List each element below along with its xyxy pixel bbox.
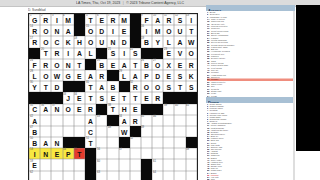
grid-cell[interactable]: A (85, 115, 96, 126)
grid-cell[interactable] (141, 137, 152, 148)
grid-cell[interactable]: 32R (130, 81, 141, 92)
grid-cell[interactable]: 4M (63, 14, 74, 25)
cell-letter: U (96, 36, 107, 47)
grid-cell[interactable]: O (141, 81, 152, 92)
grid-cell[interactable]: 57 (119, 148, 130, 159)
cell-number: 58 (186, 148, 189, 151)
grid-cell[interactable]: C (85, 126, 96, 137)
grid-cell[interactable]: 28L (29, 70, 40, 81)
grid-cell[interactable] (163, 159, 174, 170)
grid-cell[interactable]: 35C (29, 104, 40, 115)
cell-letter: W (186, 36, 197, 47)
grid-cell[interactable]: 49 (141, 126, 152, 137)
grid-cell[interactable]: 42A (29, 115, 40, 126)
grid-cell[interactable]: O (63, 104, 74, 115)
grid-cell[interactable]: 18H (74, 36, 85, 47)
grid-cell[interactable]: 53I (29, 148, 40, 159)
grid-cell[interactable]: 37N (51, 104, 62, 115)
grid-cell[interactable] (40, 159, 51, 170)
grid-cell[interactable]: 64 (152, 171, 163, 180)
grid-cell[interactable]: E (174, 59, 185, 70)
grid-cell[interactable] (74, 171, 85, 180)
grid-cell[interactable]: 30Y (29, 81, 40, 92)
grid-cell[interactable]: B (107, 81, 118, 92)
grid-cell[interactable]: 22S (130, 48, 141, 59)
grid-cell-black (29, 92, 40, 103)
grid-cell[interactable]: 10A (152, 14, 163, 25)
grid-cell[interactable]: 43 (96, 115, 107, 126)
grid-cell[interactable]: R (152, 92, 163, 103)
grid-cell[interactable]: D (119, 36, 130, 47)
cell-letter: E (107, 92, 118, 103)
cell-letter: B (107, 81, 118, 92)
grid-cell[interactable] (40, 115, 51, 126)
grid-cell[interactable] (119, 171, 130, 180)
cell-letter: O (85, 25, 96, 36)
grid-cell[interactable]: D (96, 25, 107, 36)
cell-letter: O (152, 59, 163, 70)
grid-cell[interactable]: I (119, 48, 130, 59)
grid-cell[interactable] (152, 137, 163, 148)
grid-cell-black (51, 92, 62, 103)
cell-letter: E (163, 48, 174, 59)
grid-cell[interactable] (174, 171, 185, 180)
grid-cell[interactable] (51, 171, 62, 180)
cell-letter: E (74, 92, 85, 103)
grid-cell[interactable]: A (119, 59, 130, 70)
title-separator: | (123, 1, 124, 5)
grid-cell[interactable]: E (163, 70, 174, 81)
cell-letter: E (130, 104, 141, 115)
grid-cell[interactable]: T (130, 59, 141, 70)
cell-letter: N (51, 137, 62, 148)
grid-cell[interactable]: 36A (40, 104, 51, 115)
cell-letter: N (51, 104, 62, 115)
grid-cell[interactable]: 61 (152, 159, 163, 170)
letterbox-region (296, 5, 320, 151)
grid-cell[interactable] (74, 159, 85, 170)
cell-letter: E (74, 70, 85, 81)
grid-cell[interactable]: E (51, 148, 62, 159)
grid-cell[interactable]: M (152, 25, 163, 36)
cell-letter: N (40, 148, 51, 159)
grid-cell[interactable]: E (107, 59, 118, 70)
grid-cell[interactable]: K (186, 70, 197, 81)
grid-cell[interactable] (63, 126, 74, 137)
grid-cell[interactable]: 13I (186, 14, 197, 25)
grid-cell[interactable] (74, 126, 85, 137)
cell-letter: S (96, 92, 107, 103)
grid-cell[interactable]: I (107, 25, 118, 36)
grid-cell[interactable]: A (174, 36, 185, 47)
grid-cell[interactable]: 63 (96, 171, 107, 180)
grid-cell[interactable]: 25B (96, 59, 107, 70)
grid-cell-black (186, 92, 197, 103)
grid-cell[interactable]: 33J (63, 92, 74, 103)
grid-cell[interactable] (174, 115, 185, 126)
cell-letter: C (51, 36, 62, 47)
grid-cell-black (74, 25, 85, 36)
grid-cell[interactable]: A (74, 48, 85, 59)
grid-cell[interactable]: T (130, 92, 141, 103)
grid-cell[interactable]: O (85, 36, 96, 47)
cell-letter: A (29, 115, 40, 126)
cell-letter: E (51, 148, 62, 159)
grid-cell[interactable] (163, 115, 174, 126)
cell-letter: O (85, 36, 96, 47)
grid-cell[interactable]: A (96, 81, 107, 92)
grid-cell[interactable]: Y (152, 36, 163, 47)
grid-cell[interactable]: E (74, 104, 85, 115)
grid-cell[interactable]: 45 (141, 115, 152, 126)
grid-cell[interactable] (119, 159, 130, 170)
grid-cell[interactable] (174, 148, 185, 159)
grid-cell[interactable]: 19B (141, 36, 152, 47)
grid-cell[interactable]: L (163, 36, 174, 47)
grid-cell[interactable]: T (74, 59, 85, 70)
cell-number: 39 (164, 104, 167, 107)
cell-letter: A (40, 137, 51, 148)
grid-cell[interactable]: O (51, 59, 62, 70)
grid-cell[interactable] (186, 126, 197, 137)
grid-cell[interactable]: W (51, 70, 62, 81)
grid-cell[interactable]: A (85, 70, 96, 81)
grid-cell[interactable] (63, 159, 74, 170)
grid-cell[interactable] (40, 171, 51, 180)
cell-letter: R (29, 25, 40, 36)
cell-number: 60 (97, 160, 100, 163)
grid-cell[interactable]: W (186, 36, 197, 47)
cell-letter: N (63, 59, 74, 70)
grid-cell[interactable] (107, 159, 118, 170)
grid-cell[interactable]: E (130, 104, 141, 115)
across-clue-list: 1. Bleak5. Semester9. Language of Iran14… (206, 11, 295, 97)
grid-cell[interactable]: S (174, 70, 185, 81)
constructor-byline: D. Sundblad (28, 8, 46, 12)
grid-cell[interactable]: N (51, 25, 62, 36)
cell-letter: R (40, 59, 51, 70)
cell-letter: O (141, 81, 152, 92)
grid-cell[interactable]: 40 (174, 104, 185, 115)
cell-letter: P (141, 70, 152, 81)
grid-cell[interactable]: 46 (152, 115, 163, 126)
grid-cell-black (130, 126, 141, 137)
cell-letter: E (107, 59, 118, 70)
cell-letter: L (163, 36, 174, 47)
cell-letter: E (74, 104, 85, 115)
grid-cell-black (130, 36, 141, 47)
grid-cell[interactable]: 59E (29, 159, 40, 170)
cell-letter: R (29, 36, 40, 47)
cell-letter: O (40, 25, 51, 36)
grid-cell[interactable] (130, 171, 141, 180)
grid-cell-black (74, 14, 85, 25)
cell-letter: M (63, 14, 74, 25)
grid-cell[interactable] (63, 171, 74, 180)
grid-cell[interactable]: N (40, 148, 51, 159)
grid-cell[interactable]: R (51, 48, 62, 59)
grid-cell[interactable]: 11R (163, 14, 174, 25)
grid-cell[interactable]: U (96, 36, 107, 47)
grid-cell[interactable]: 23E (163, 48, 174, 59)
grid-cell[interactable]: E (74, 70, 85, 81)
grid-cell[interactable]: 60 (96, 159, 107, 170)
cell-number: 43 (97, 115, 100, 118)
grid-cell[interactable]: R (186, 59, 197, 70)
cell-number: 52 (130, 137, 133, 140)
cell-letter: I (186, 14, 197, 25)
cell-letter: R (51, 48, 62, 59)
cell-number: 40 (175, 104, 178, 107)
grid-cell[interactable] (163, 148, 174, 159)
grid-cell[interactable]: 54P (63, 148, 74, 159)
grid-cell[interactable]: L (85, 48, 96, 59)
cell-letter: T (74, 148, 85, 159)
grid-cell[interactable]: X (163, 59, 174, 70)
grid-cell[interactable]: 2R (40, 14, 51, 25)
cell-number: 62 (30, 171, 33, 174)
grid-cell[interactable] (186, 115, 197, 126)
grid-cell-black (40, 92, 51, 103)
grid-cell[interactable]: 21S (107, 48, 118, 59)
grid-cell[interactable]: O (40, 70, 51, 81)
grid-cell[interactable] (63, 115, 74, 126)
cell-letter: O (186, 48, 197, 59)
grid-cell[interactable]: E (119, 25, 130, 36)
grid-cell[interactable]: 51T (85, 137, 96, 148)
grid-cell-black (85, 159, 96, 170)
grid-cell[interactable] (51, 159, 62, 170)
grid-cell[interactable]: 38T (107, 104, 118, 115)
grid-cell[interactable]: 7R (107, 14, 118, 25)
cell-letter: G (63, 70, 74, 81)
grid-cell[interactable]: K (63, 36, 74, 47)
grid-cell[interactable]: 48 (107, 126, 118, 137)
grid-cell[interactable]: D (152, 70, 163, 81)
grid-cell[interactable]: D (51, 81, 62, 92)
grid-cell[interactable]: 24F (29, 59, 40, 70)
grid-cell[interactable]: T (186, 25, 197, 36)
grid-cell[interactable] (174, 126, 185, 137)
cell-letter: O (51, 59, 62, 70)
grid-cell[interactable]: O (186, 48, 197, 59)
grid-cell[interactable] (130, 159, 141, 170)
cell-letter: A (119, 59, 130, 70)
grid-cell[interactable] (74, 115, 85, 126)
cell-letter: S (163, 81, 174, 92)
grid-cell[interactable] (163, 137, 174, 148)
grid-cell[interactable]: 20T (40, 48, 51, 59)
grid-cell[interactable]: A (63, 25, 74, 36)
cell-letter: R (186, 59, 197, 70)
grid-cell[interactable]: 34E (74, 92, 85, 103)
cell-letter: K (186, 70, 197, 81)
grid-cell[interactable]: R (85, 104, 96, 115)
grid-cell[interactable]: A (40, 137, 51, 148)
cell-letter: T (85, 81, 96, 92)
cell-letter: D (51, 81, 62, 92)
grid-cell[interactable] (163, 171, 174, 180)
grid-cell[interactable] (107, 148, 118, 159)
grid-cell[interactable] (186, 159, 197, 170)
grid-cell[interactable] (51, 115, 62, 126)
crossword-grid[interactable]: 1G2R3I4M5T6E7R8M9F10A11R12S13I14RONA15OD… (28, 13, 198, 180)
grid-cell-black (85, 148, 96, 159)
grid-cell[interactable] (40, 126, 51, 137)
grid-cell[interactable] (152, 148, 163, 159)
grid-cell[interactable]: O (40, 36, 51, 47)
cell-number: 61 (153, 160, 156, 163)
grid-cell-black (63, 81, 74, 92)
cell-letter: J (63, 92, 74, 103)
grid-cell[interactable]: U (174, 25, 185, 36)
grid-cell[interactable]: 8M (119, 14, 130, 25)
cell-letter: P (63, 148, 74, 159)
grid-cell[interactable]: S (163, 81, 174, 92)
grid-cell[interactable] (174, 137, 185, 148)
window-title: LA Times, Thu, Oct 19, 2023 (76, 1, 120, 5)
grid-cell[interactable]: 41 (186, 104, 197, 115)
grid-cell[interactable]: O (40, 25, 51, 36)
grid-cell-black (85, 59, 96, 70)
cell-letter: O (40, 70, 51, 81)
grid-cell[interactable]: 44A (119, 115, 130, 126)
grid-cell[interactable]: T (40, 81, 51, 92)
grid-cell[interactable]: S (186, 81, 197, 92)
grid-cell[interactable]: 31T (85, 81, 96, 92)
grid-cell[interactable]: N (51, 137, 62, 148)
cell-letter: T (119, 92, 130, 103)
cell-letter: H (74, 36, 85, 47)
cell-number: 56 (97, 148, 100, 151)
cell-letter: I (107, 25, 118, 36)
cell-letter: T (40, 81, 51, 92)
grid-cell[interactable] (174, 159, 185, 170)
grid-cell[interactable]: A (130, 70, 141, 81)
grid-cell[interactable]: 62 (29, 171, 40, 180)
cell-letter: W (51, 70, 62, 81)
grid-cell[interactable]: O (152, 81, 163, 92)
clue-item[interactable]: 58. Chill (207, 178, 295, 180)
cell-letter: D (152, 70, 163, 81)
grid-cell[interactable]: I (63, 48, 74, 59)
cell-number: 45 (141, 115, 144, 118)
cell-letter: Y (29, 81, 40, 92)
cell-letter: E (174, 59, 185, 70)
grid-cell[interactable]: R (40, 59, 51, 70)
grid-cell[interactable]: E (141, 92, 152, 103)
grid-cell[interactable]: N (63, 59, 74, 70)
grid-cell[interactable]: 52 (130, 137, 141, 148)
grid-cell[interactable]: P (141, 70, 152, 81)
grid-cell[interactable]: 15O (85, 25, 96, 36)
cell-letter: T (174, 81, 185, 92)
cell-letter: S (174, 14, 185, 25)
grid-cell[interactable]: 29L (119, 70, 130, 81)
cell-letter: A (130, 70, 141, 81)
grid-cell-black (96, 48, 107, 59)
cell-letter: A (40, 104, 51, 115)
grid-cell[interactable]: 27O (152, 59, 163, 70)
grid-cell[interactable] (186, 171, 197, 180)
grid-cell-black (96, 104, 107, 115)
grid-cell[interactable] (163, 126, 174, 137)
cell-letter: B (96, 59, 107, 70)
grid-cell[interactable]: 47B (29, 126, 40, 137)
grid-cell[interactable]: T (119, 92, 130, 103)
cell-letter: S (130, 48, 141, 59)
cell-number: 57 (119, 148, 122, 151)
grid-cell[interactable]: H (119, 104, 130, 115)
clue-scrollbar[interactable] (293, 11, 294, 180)
grid-cell-black (152, 48, 163, 59)
cell-letter: C (85, 126, 96, 137)
grid-cell[interactable]: O (163, 25, 174, 36)
grid-cell[interactable] (130, 148, 141, 159)
grid-cell[interactable]: S (96, 92, 107, 103)
grid-cell[interactable]: W (119, 126, 130, 137)
grid-cell[interactable] (51, 126, 62, 137)
grid-cell[interactable]: 26B (141, 59, 152, 70)
cell-letter: T (107, 104, 118, 115)
grid-cell[interactable]: R (130, 115, 141, 126)
grid-cell[interactable]: 55T (74, 148, 85, 159)
grid-cell[interactable]: 58 (186, 148, 197, 159)
cell-letter: R (40, 14, 51, 25)
cell-number: 46 (153, 115, 156, 118)
cell-letter: M (119, 14, 130, 25)
cell-letter: I (29, 148, 40, 159)
grid-cell[interactable]: T (85, 92, 96, 103)
grid-cell[interactable]: G (63, 70, 74, 81)
grid-cell[interactable] (107, 171, 118, 180)
cell-letter: R (163, 14, 174, 25)
grid-cell-black (85, 171, 96, 180)
cell-letter: W (119, 126, 130, 137)
grid-cell-black (141, 48, 152, 59)
grid-cell-black (130, 14, 141, 25)
grid-cell[interactable]: 6E (96, 14, 107, 25)
cell-letter: O (40, 36, 51, 47)
cell-letter: S (107, 48, 118, 59)
grid-cell[interactable] (107, 137, 118, 148)
grid-cell[interactable]: N (107, 36, 118, 47)
cell-letter: A (96, 81, 107, 92)
grid-cell[interactable]: 17R (29, 36, 40, 47)
grid-cell[interactable]: 12S (174, 14, 185, 25)
grid-cell[interactable]: E (107, 92, 118, 103)
grid-cell[interactable]: 3I (51, 14, 62, 25)
cell-letter: T (40, 48, 51, 59)
grid-cell[interactable]: 16I (141, 25, 152, 36)
grid-cell[interactable]: V (174, 48, 185, 59)
grid-cell[interactable]: 14R (29, 25, 40, 36)
grid-cell[interactable]: C (51, 36, 62, 47)
grid-cell[interactable] (152, 126, 163, 137)
cell-letter: Y (152, 36, 163, 47)
grid-cell[interactable]: R (96, 70, 107, 81)
grid-cell[interactable]: 39 (163, 104, 174, 115)
grid-cell[interactable]: T (174, 81, 185, 92)
copyright-text: © 2023 Tribune Content Agency, LLC (126, 1, 184, 5)
cell-letter: I (63, 48, 74, 59)
cell-letter: A (85, 70, 96, 81)
grid-cell[interactable] (96, 126, 107, 137)
grid-cell[interactable] (141, 148, 152, 159)
cell-letter: B (141, 59, 152, 70)
grid-cell[interactable]: 56 (96, 148, 107, 159)
cell-number: 48 (108, 126, 111, 129)
